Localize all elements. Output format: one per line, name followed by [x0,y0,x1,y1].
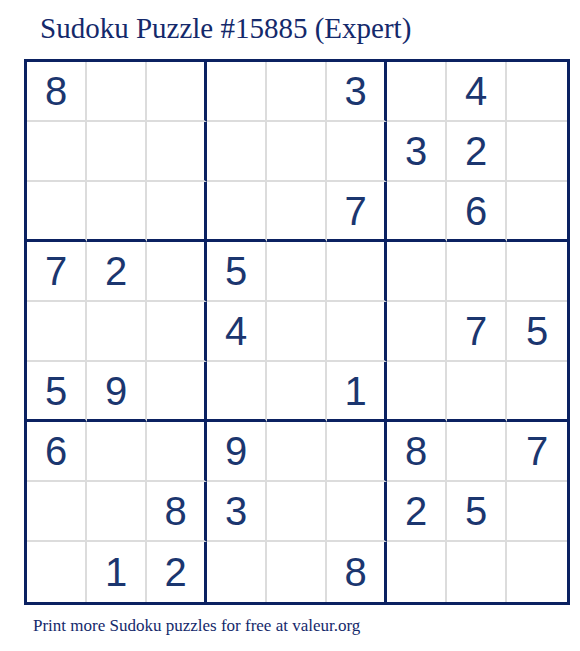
sudoku-cell-r6c6[interactable]: 1 [327,362,387,422]
sudoku-cell-r5c1[interactable] [27,302,87,362]
sudoku-cell-r5c8[interactable]: 7 [447,302,507,362]
sudoku-cell-r1c2[interactable] [87,62,147,122]
sudoku-cell-r1c9[interactable] [507,62,567,122]
sudoku-cell-r9c9[interactable] [507,542,567,602]
sudoku-cell-r3c1[interactable] [27,182,87,242]
sudoku-cell-r8c9[interactable] [507,482,567,542]
sudoku-cell-r4c1[interactable]: 7 [27,242,87,302]
sudoku-cell-r8c5[interactable] [267,482,327,542]
sudoku-cell-r5c9[interactable]: 5 [507,302,567,362]
sudoku-cell-r5c5[interactable] [267,302,327,362]
sudoku-cell-r8c3[interactable]: 8 [147,482,207,542]
sudoku-cell-r2c1[interactable] [27,122,87,182]
page-title: Sudoku Puzzle #15885 (Expert) [40,12,411,45]
sudoku-cell-r3c5[interactable] [267,182,327,242]
sudoku-cell-r9c4[interactable] [207,542,267,602]
sudoku-cell-r7c6[interactable] [327,422,387,482]
sudoku-cell-r3c3[interactable] [147,182,207,242]
sudoku-cell-r6c2[interactable]: 9 [87,362,147,422]
sudoku-cell-r7c1[interactable]: 6 [27,422,87,482]
sudoku-cell-r4c3[interactable] [147,242,207,302]
sudoku-cell-r1c6[interactable]: 3 [327,62,387,122]
sudoku-cell-r9c6[interactable]: 8 [327,542,387,602]
footer-note: Print more Sudoku puzzles for free at va… [33,616,360,636]
sudoku-cell-r9c5[interactable] [267,542,327,602]
sudoku-cell-r9c3[interactable]: 2 [147,542,207,602]
sudoku-cell-r5c2[interactable] [87,302,147,362]
sudoku-cell-r7c4[interactable]: 9 [207,422,267,482]
sudoku-cell-r3c2[interactable] [87,182,147,242]
sudoku-cell-r7c2[interactable] [87,422,147,482]
sudoku-cell-r4c4[interactable]: 5 [207,242,267,302]
sudoku-cell-r9c7[interactable] [387,542,447,602]
sudoku-cell-r9c2[interactable]: 1 [87,542,147,602]
sudoku-cell-r6c7[interactable] [387,362,447,422]
sudoku-cell-r3c8[interactable]: 6 [447,182,507,242]
sudoku-cell-r6c5[interactable] [267,362,327,422]
sudoku-cell-r5c6[interactable] [327,302,387,362]
sudoku-cell-r4c2[interactable]: 2 [87,242,147,302]
sudoku-cell-r2c7[interactable]: 3 [387,122,447,182]
sudoku-cell-r1c5[interactable] [267,62,327,122]
sudoku-cell-r7c5[interactable] [267,422,327,482]
sudoku-cell-r1c4[interactable] [207,62,267,122]
sudoku-cell-r7c9[interactable]: 7 [507,422,567,482]
sudoku-cell-r8c7[interactable]: 2 [387,482,447,542]
sudoku-cell-r3c9[interactable] [507,182,567,242]
sudoku-cell-r3c4[interactable] [207,182,267,242]
sudoku-cell-r2c4[interactable] [207,122,267,182]
sudoku-cell-r2c9[interactable] [507,122,567,182]
sudoku-cell-r5c7[interactable] [387,302,447,362]
sudoku-cell-r4c5[interactable] [267,242,327,302]
sudoku-cell-r2c8[interactable]: 2 [447,122,507,182]
sudoku-cell-r1c1[interactable]: 8 [27,62,87,122]
sudoku-cell-r2c6[interactable] [327,122,387,182]
sudoku-cell-r6c8[interactable] [447,362,507,422]
sudoku-cell-r5c3[interactable] [147,302,207,362]
sudoku-cell-r3c7[interactable] [387,182,447,242]
sudoku-cell-r2c2[interactable] [87,122,147,182]
sudoku-cell-r3c6[interactable]: 7 [327,182,387,242]
sudoku-cell-r2c5[interactable] [267,122,327,182]
sudoku-cell-r9c1[interactable] [27,542,87,602]
sudoku-cell-r8c6[interactable] [327,482,387,542]
sudoku-cell-r6c4[interactable] [207,362,267,422]
sudoku-cell-r6c3[interactable] [147,362,207,422]
sudoku-cell-r8c8[interactable]: 5 [447,482,507,542]
sudoku-cell-r8c2[interactable] [87,482,147,542]
sudoku-cell-r1c3[interactable] [147,62,207,122]
sudoku-cell-r4c9[interactable] [507,242,567,302]
sudoku-cell-r2c3[interactable] [147,122,207,182]
sudoku-board: 834327672547559169878325128 [24,59,570,605]
sudoku-cell-r8c4[interactable]: 3 [207,482,267,542]
sudoku-cell-r1c7[interactable] [387,62,447,122]
sudoku-cell-r4c6[interactable] [327,242,387,302]
sudoku-cell-r8c1[interactable] [27,482,87,542]
sudoku-cell-r4c8[interactable] [447,242,507,302]
sudoku-cell-r1c8[interactable]: 4 [447,62,507,122]
sudoku-page: Sudoku Puzzle #15885 (Expert) 8343276725… [0,0,580,651]
sudoku-cell-r7c3[interactable] [147,422,207,482]
sudoku-cell-r6c9[interactable] [507,362,567,422]
sudoku-cell-r6c1[interactable]: 5 [27,362,87,422]
sudoku-cell-r7c8[interactable] [447,422,507,482]
sudoku-cell-r9c8[interactable] [447,542,507,602]
sudoku-cell-r5c4[interactable]: 4 [207,302,267,362]
sudoku-cell-r4c7[interactable] [387,242,447,302]
sudoku-cell-r7c7[interactable]: 8 [387,422,447,482]
